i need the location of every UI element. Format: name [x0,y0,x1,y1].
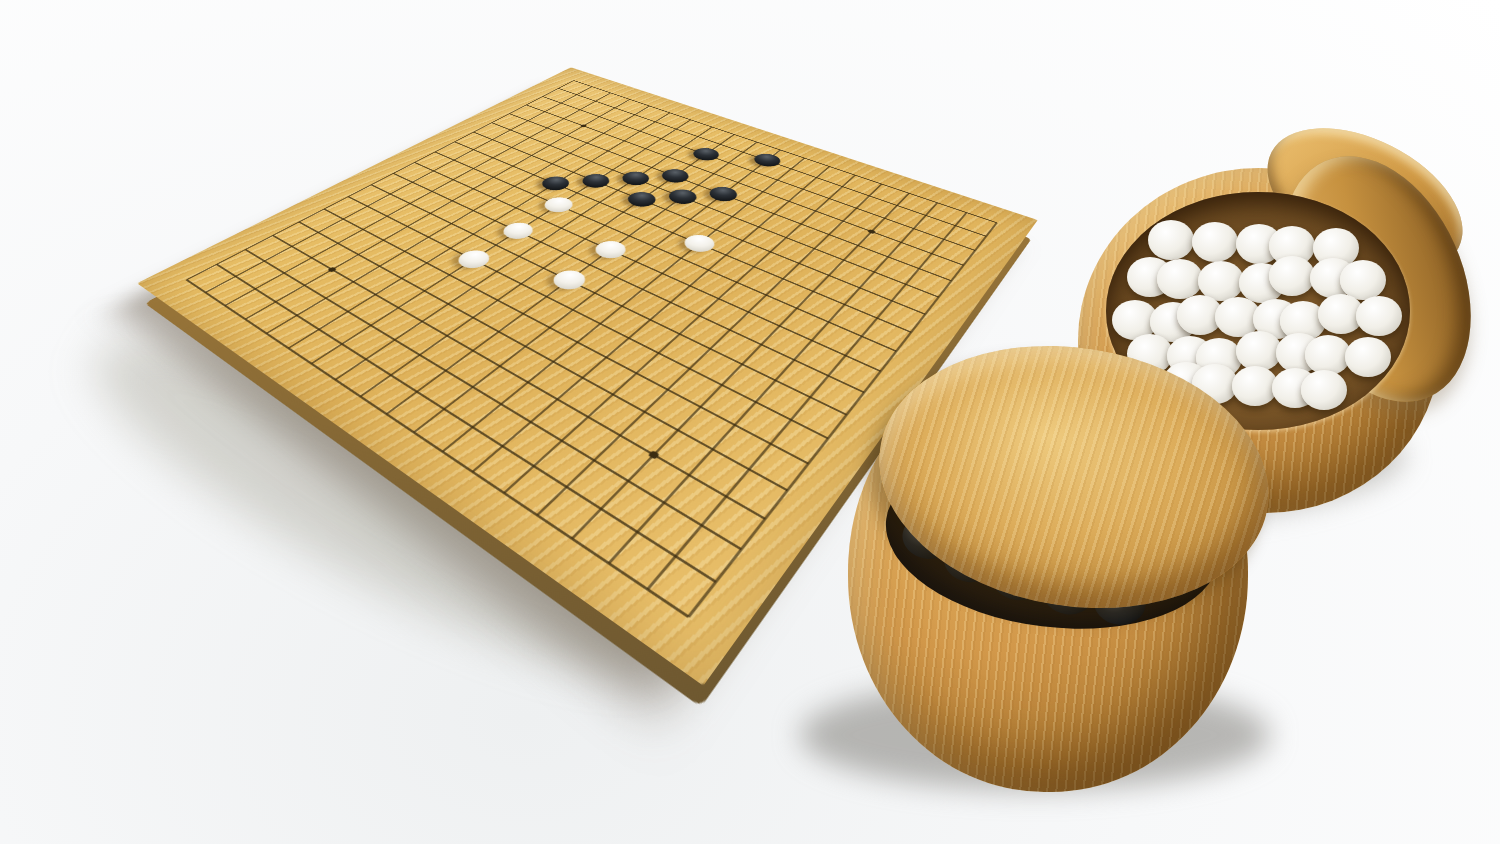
white-stone-K8[interactable] [547,267,591,294]
star-point [647,450,660,460]
white-stone-G7[interactable] [452,247,495,272]
bowl-white-stone [1345,337,1391,377]
bowl-white-stone [1192,222,1238,262]
star-point [867,229,877,234]
bowl-white-stone [1157,259,1203,299]
star-point [327,267,338,273]
bowl-white-stone [1148,220,1194,260]
bowl-white-stone [1301,370,1347,410]
bowl-white-stone [1269,256,1315,296]
bowl-white-stone [1356,296,1402,336]
